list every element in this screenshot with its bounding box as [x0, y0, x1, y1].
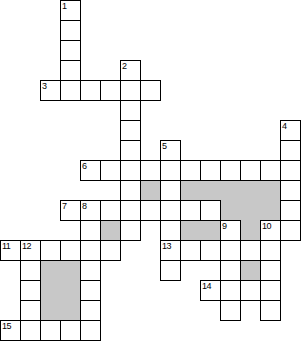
cell-r4-c3[interactable]	[60, 80, 81, 101]
cell-r2-c3[interactable]	[60, 40, 81, 61]
blocked-cell-r14-c3	[60, 280, 80, 300]
cell-r10-c7[interactable]	[140, 200, 161, 221]
cell-r12-c8[interactable]: 13	[160, 240, 181, 261]
cell-r10-c9[interactable]	[180, 200, 201, 221]
cell-r8-c11[interactable]	[220, 160, 241, 181]
clue-number-3: 3	[42, 81, 47, 91]
cell-r10-c14[interactable]	[280, 200, 301, 221]
cell-r14-c1[interactable]	[20, 280, 41, 301]
blocked-cell-r13-c2	[40, 260, 60, 280]
cell-r4-c7[interactable]	[140, 80, 161, 101]
cell-r8-c4[interactable]: 6	[80, 160, 101, 181]
blocked-cell-r9-c12	[240, 180, 260, 200]
clue-number-9: 9	[222, 221, 227, 231]
clue-number-10: 10	[262, 221, 271, 231]
cell-r14-c4[interactable]	[80, 280, 101, 301]
cell-r12-c10[interactable]	[200, 240, 221, 261]
blocked-cell-r9-c11	[220, 180, 240, 200]
clue-number-4: 4	[282, 121, 287, 131]
cell-r8-c13[interactable]	[260, 160, 281, 181]
clue-number-13: 13	[162, 241, 171, 251]
cell-r11-c11[interactable]: 9	[220, 220, 241, 241]
blocked-cell-r9-c9	[180, 180, 200, 200]
clue-number-2: 2	[122, 61, 127, 71]
blocked-cell-r10-c12	[240, 200, 260, 220]
cell-r12-c9[interactable]	[180, 240, 201, 261]
blocked-cell-r11-c9	[180, 220, 200, 240]
blocked-cell-r9-c13	[260, 180, 280, 200]
cell-r1-c3[interactable]	[60, 20, 81, 41]
clue-number-11: 11	[2, 241, 10, 251]
cell-r12-c1[interactable]: 12	[20, 240, 41, 261]
cell-r13-c1[interactable]	[20, 260, 41, 281]
cell-r5-c6[interactable]	[120, 100, 141, 121]
blocked-cell-r9-c7	[140, 180, 160, 200]
clue-number-15: 15	[2, 321, 11, 331]
cell-r12-c2[interactable]	[40, 240, 61, 261]
cell-r15-c1[interactable]	[20, 300, 41, 321]
cell-r11-c6[interactable]	[120, 220, 141, 241]
cell-r8-c10[interactable]	[200, 160, 221, 181]
cell-r13-c4[interactable]	[80, 260, 101, 281]
cell-r14-c13[interactable]	[260, 280, 281, 301]
blocked-cell-r14-c2	[40, 280, 60, 300]
cell-r10-c10[interactable]	[200, 200, 221, 221]
cell-r11-c14[interactable]	[280, 220, 301, 241]
cell-r11-c4[interactable]	[80, 220, 101, 241]
cell-r10-c8[interactable]	[160, 200, 181, 221]
cell-r12-c5[interactable]	[100, 240, 121, 261]
cell-r9-c6[interactable]	[120, 180, 141, 201]
cell-r16-c0[interactable]: 15	[0, 320, 21, 341]
cell-r3-c6[interactable]: 2	[120, 60, 141, 81]
cell-r8-c14[interactable]	[280, 160, 301, 181]
cell-r10-c6[interactable]	[120, 200, 141, 221]
cell-r11-c8[interactable]	[160, 220, 181, 241]
cell-r16-c3[interactable]	[60, 320, 81, 341]
cell-r9-c14[interactable]	[280, 180, 301, 201]
clue-number-8: 8	[82, 201, 87, 211]
blocked-cell-r10-c13	[260, 200, 280, 220]
blocked-cell-r11-c5	[100, 220, 120, 240]
clue-number-5: 5	[162, 141, 167, 151]
cell-r4-c5[interactable]	[100, 80, 121, 101]
blocked-cell-r15-c3	[60, 300, 80, 320]
blocked-cell-r13-c3	[60, 260, 80, 280]
cell-r4-c2[interactable]: 3	[40, 80, 61, 101]
cell-r8-c5[interactable]	[100, 160, 121, 181]
cell-r4-c6[interactable]	[120, 80, 141, 101]
cell-r10-c3[interactable]: 7	[60, 200, 81, 221]
cell-r7-c8[interactable]: 5	[160, 140, 181, 161]
cell-r14-c12[interactable]	[240, 280, 261, 301]
cell-r4-c4[interactable]	[80, 80, 101, 101]
blocked-cell-r10-c11	[220, 200, 240, 220]
cell-r16-c4[interactable]	[80, 320, 101, 341]
cell-r13-c8[interactable]	[160, 260, 181, 281]
cell-r11-c13[interactable]: 10	[260, 220, 281, 241]
clue-number-1: 1	[62, 1, 67, 11]
cell-r12-c4[interactable]	[80, 240, 101, 261]
cell-r15-c11[interactable]	[220, 300, 241, 321]
blocked-cell-r9-c10	[200, 180, 220, 200]
blocked-cell-r15-c2	[40, 300, 60, 320]
cell-r15-c4[interactable]	[80, 300, 101, 321]
cell-r8-c12[interactable]	[240, 160, 261, 181]
cell-r3-c3[interactable]	[60, 60, 81, 81]
cell-r13-c13[interactable]	[260, 260, 281, 281]
cell-r7-c14[interactable]	[280, 140, 301, 161]
cell-r8-c9[interactable]	[180, 160, 201, 181]
cell-r14-c11[interactable]	[220, 280, 241, 301]
clue-number-6: 6	[82, 161, 87, 171]
cell-r8-c6[interactable]	[120, 160, 141, 181]
cell-r12-c12[interactable]	[240, 240, 261, 261]
cell-r12-c0[interactable]: 11	[0, 240, 21, 261]
crossword-board: 123456789101112131415	[0, 0, 301, 341]
cell-r14-c10[interactable]: 14	[200, 280, 221, 301]
cell-r7-c6[interactable]	[120, 140, 141, 161]
cell-r10-c4[interactable]: 8	[80, 200, 101, 221]
cell-r12-c11[interactable]	[220, 240, 241, 261]
clue-number-12: 12	[22, 241, 31, 251]
clue-number-7: 7	[62, 201, 67, 211]
blocked-cell-r11-c10	[200, 220, 220, 240]
cell-r15-c13[interactable]	[260, 300, 281, 321]
blocked-cell-r11-c12	[240, 220, 260, 240]
cell-r9-c8[interactable]	[160, 180, 181, 201]
cell-r6-c6[interactable]	[120, 120, 141, 141]
cell-r13-c11[interactable]	[220, 260, 241, 281]
cell-r6-c14[interactable]: 4	[280, 120, 301, 141]
cell-r8-c8[interactable]	[160, 160, 181, 181]
cell-r12-c3[interactable]	[60, 240, 81, 261]
clue-number-14: 14	[202, 281, 211, 291]
cell-r10-c5[interactable]	[100, 200, 121, 221]
cell-r12-c13[interactable]	[260, 240, 281, 261]
blocked-cell-r13-c12	[240, 260, 260, 280]
cell-r0-c3[interactable]: 1	[60, 0, 81, 21]
cell-r8-c7[interactable]	[140, 160, 161, 181]
cell-r16-c2[interactable]	[40, 320, 61, 341]
cell-r16-c1[interactable]	[20, 320, 41, 341]
crossword-puzzle: 123456789101112131415	[0, 0, 301, 341]
